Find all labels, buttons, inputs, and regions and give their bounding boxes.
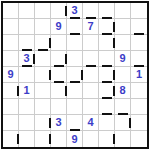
grid-cell[interactable] [3, 51, 19, 67]
grid-cell[interactable] [67, 83, 83, 99]
consecutive-mark-vertical [65, 86, 67, 96]
grid-cell[interactable] [3, 19, 19, 35]
given-digit: 7 [87, 21, 93, 32]
grid-cell[interactable] [115, 67, 131, 83]
grid-cell[interactable] [115, 35, 131, 51]
consecutive-mark-horizontal [102, 17, 112, 19]
consecutive-mark-horizontal [70, 81, 80, 83]
grid-cell[interactable]: 9 [115, 51, 131, 67]
grid-cell[interactable] [131, 99, 147, 115]
grid-cell[interactable] [3, 35, 19, 51]
consecutive-mark-horizontal [102, 113, 112, 115]
consecutive-mark-horizontal [54, 65, 64, 67]
consecutive-mark-horizontal [70, 17, 80, 19]
consecutive-mark-vertical [49, 70, 51, 80]
consecutive-mark-horizontal [102, 81, 112, 83]
consecutive-mark-horizontal [118, 113, 128, 115]
grid-cell[interactable] [19, 115, 35, 131]
grid-cell[interactable] [67, 35, 83, 51]
grid-cell[interactable]: 1 [131, 67, 147, 83]
grid-cell[interactable] [19, 19, 35, 35]
grid-cell[interactable]: 9 [3, 67, 19, 83]
grid-cell[interactable]: 3 [51, 115, 67, 131]
grid-cell[interactable] [67, 51, 83, 67]
grid-cell[interactable] [35, 83, 51, 99]
consecutive-mark-vertical [17, 86, 19, 96]
grid-cell[interactable] [19, 131, 35, 147]
consecutive-mark-vertical [17, 134, 19, 144]
consecutive-mark-horizontal [54, 81, 64, 83]
grid-cell[interactable] [35, 19, 51, 35]
given-digit: 3 [23, 53, 29, 64]
grid-cell[interactable] [3, 3, 19, 19]
grid-cell[interactable] [3, 99, 19, 115]
grid-cell[interactable]: 4 [83, 115, 99, 131]
consecutive-mark-vertical [113, 22, 115, 32]
consecutive-mark-vertical [65, 6, 67, 16]
consecutive-mark-horizontal [134, 65, 144, 67]
consecutive-mark-horizontal [22, 65, 32, 67]
grid-cell[interactable] [83, 35, 99, 51]
grid-cell[interactable]: 9 [67, 131, 83, 147]
consecutive-mark-horizontal [102, 65, 112, 67]
grid-cell[interactable] [115, 131, 131, 147]
grid-cell[interactable] [3, 115, 19, 131]
given-digit: 4 [87, 117, 93, 128]
consecutive-mark-vertical [49, 118, 51, 128]
grid-cell[interactable]: 8 [115, 83, 131, 99]
consecutive-mark-horizontal [70, 33, 80, 35]
consecutive-mark-vertical [65, 54, 67, 64]
given-digit: 9 [119, 53, 125, 64]
given-digit: 9 [55, 21, 61, 32]
grid-cell[interactable] [83, 83, 99, 99]
consecutive-mark-horizontal [86, 17, 96, 19]
given-digit: 3 [71, 5, 77, 16]
grid-cell[interactable] [67, 99, 83, 115]
consecutive-mark-horizontal [134, 33, 144, 35]
consecutive-mark-horizontal [102, 33, 112, 35]
grid-cell[interactable]: 9 [51, 19, 67, 35]
puzzle-grid: 397399118349 [3, 3, 147, 147]
consecutive-mark-vertical [49, 38, 51, 48]
grid-cell[interactable] [35, 3, 51, 19]
grid-cell[interactable] [35, 99, 51, 115]
consecutive-mark-vertical [33, 54, 35, 64]
consecutive-mark-vertical [113, 134, 115, 144]
grid-cell[interactable] [131, 35, 147, 51]
grid-cell[interactable] [131, 3, 147, 19]
grid-cell[interactable]: 1 [19, 83, 35, 99]
consecutive-mark-vertical [113, 86, 115, 96]
consecutive-mark-vertical [113, 70, 115, 80]
given-digit: 9 [7, 69, 13, 80]
consecutive-mark-horizontal [86, 65, 96, 67]
consecutive-mark-horizontal [102, 97, 112, 99]
grid-cell[interactable] [83, 67, 99, 83]
given-digit: 3 [55, 117, 61, 128]
grid-cell[interactable] [131, 131, 147, 147]
grid-cell[interactable] [51, 35, 67, 51]
grid-cell[interactable] [19, 3, 35, 19]
grid-cell[interactable] [51, 99, 67, 115]
grid-cell[interactable] [19, 99, 35, 115]
given-digit: 8 [119, 85, 125, 96]
grid-cell[interactable] [115, 3, 131, 19]
consecutive-mark-vertical [113, 38, 115, 48]
grid-cell[interactable] [19, 67, 35, 83]
consecutive-mark-horizontal [70, 129, 80, 131]
given-digit: 1 [136, 69, 142, 80]
consecutive-mark-horizontal [38, 49, 48, 51]
consecutive-mark-vertical [81, 70, 83, 80]
grid-cell[interactable]: 7 [83, 19, 99, 35]
grid-cell[interactable] [131, 115, 147, 131]
grid-cell[interactable] [35, 51, 51, 67]
consecutive-mark-vertical [49, 134, 51, 144]
consecutive-mark-vertical [129, 118, 131, 128]
given-digit: 9 [71, 134, 77, 145]
consecutive-mark-horizontal [22, 49, 32, 51]
given-digit: 1 [23, 85, 29, 96]
grid-cell[interactable] [131, 83, 147, 99]
grid-cell[interactable] [83, 99, 99, 115]
grid-cell[interactable] [99, 115, 115, 131]
puzzle-board: 397399118349 [1, 1, 149, 149]
grid-cell[interactable] [115, 19, 131, 35]
grid-cell[interactable] [51, 131, 67, 147]
grid-cell[interactable] [83, 131, 99, 147]
